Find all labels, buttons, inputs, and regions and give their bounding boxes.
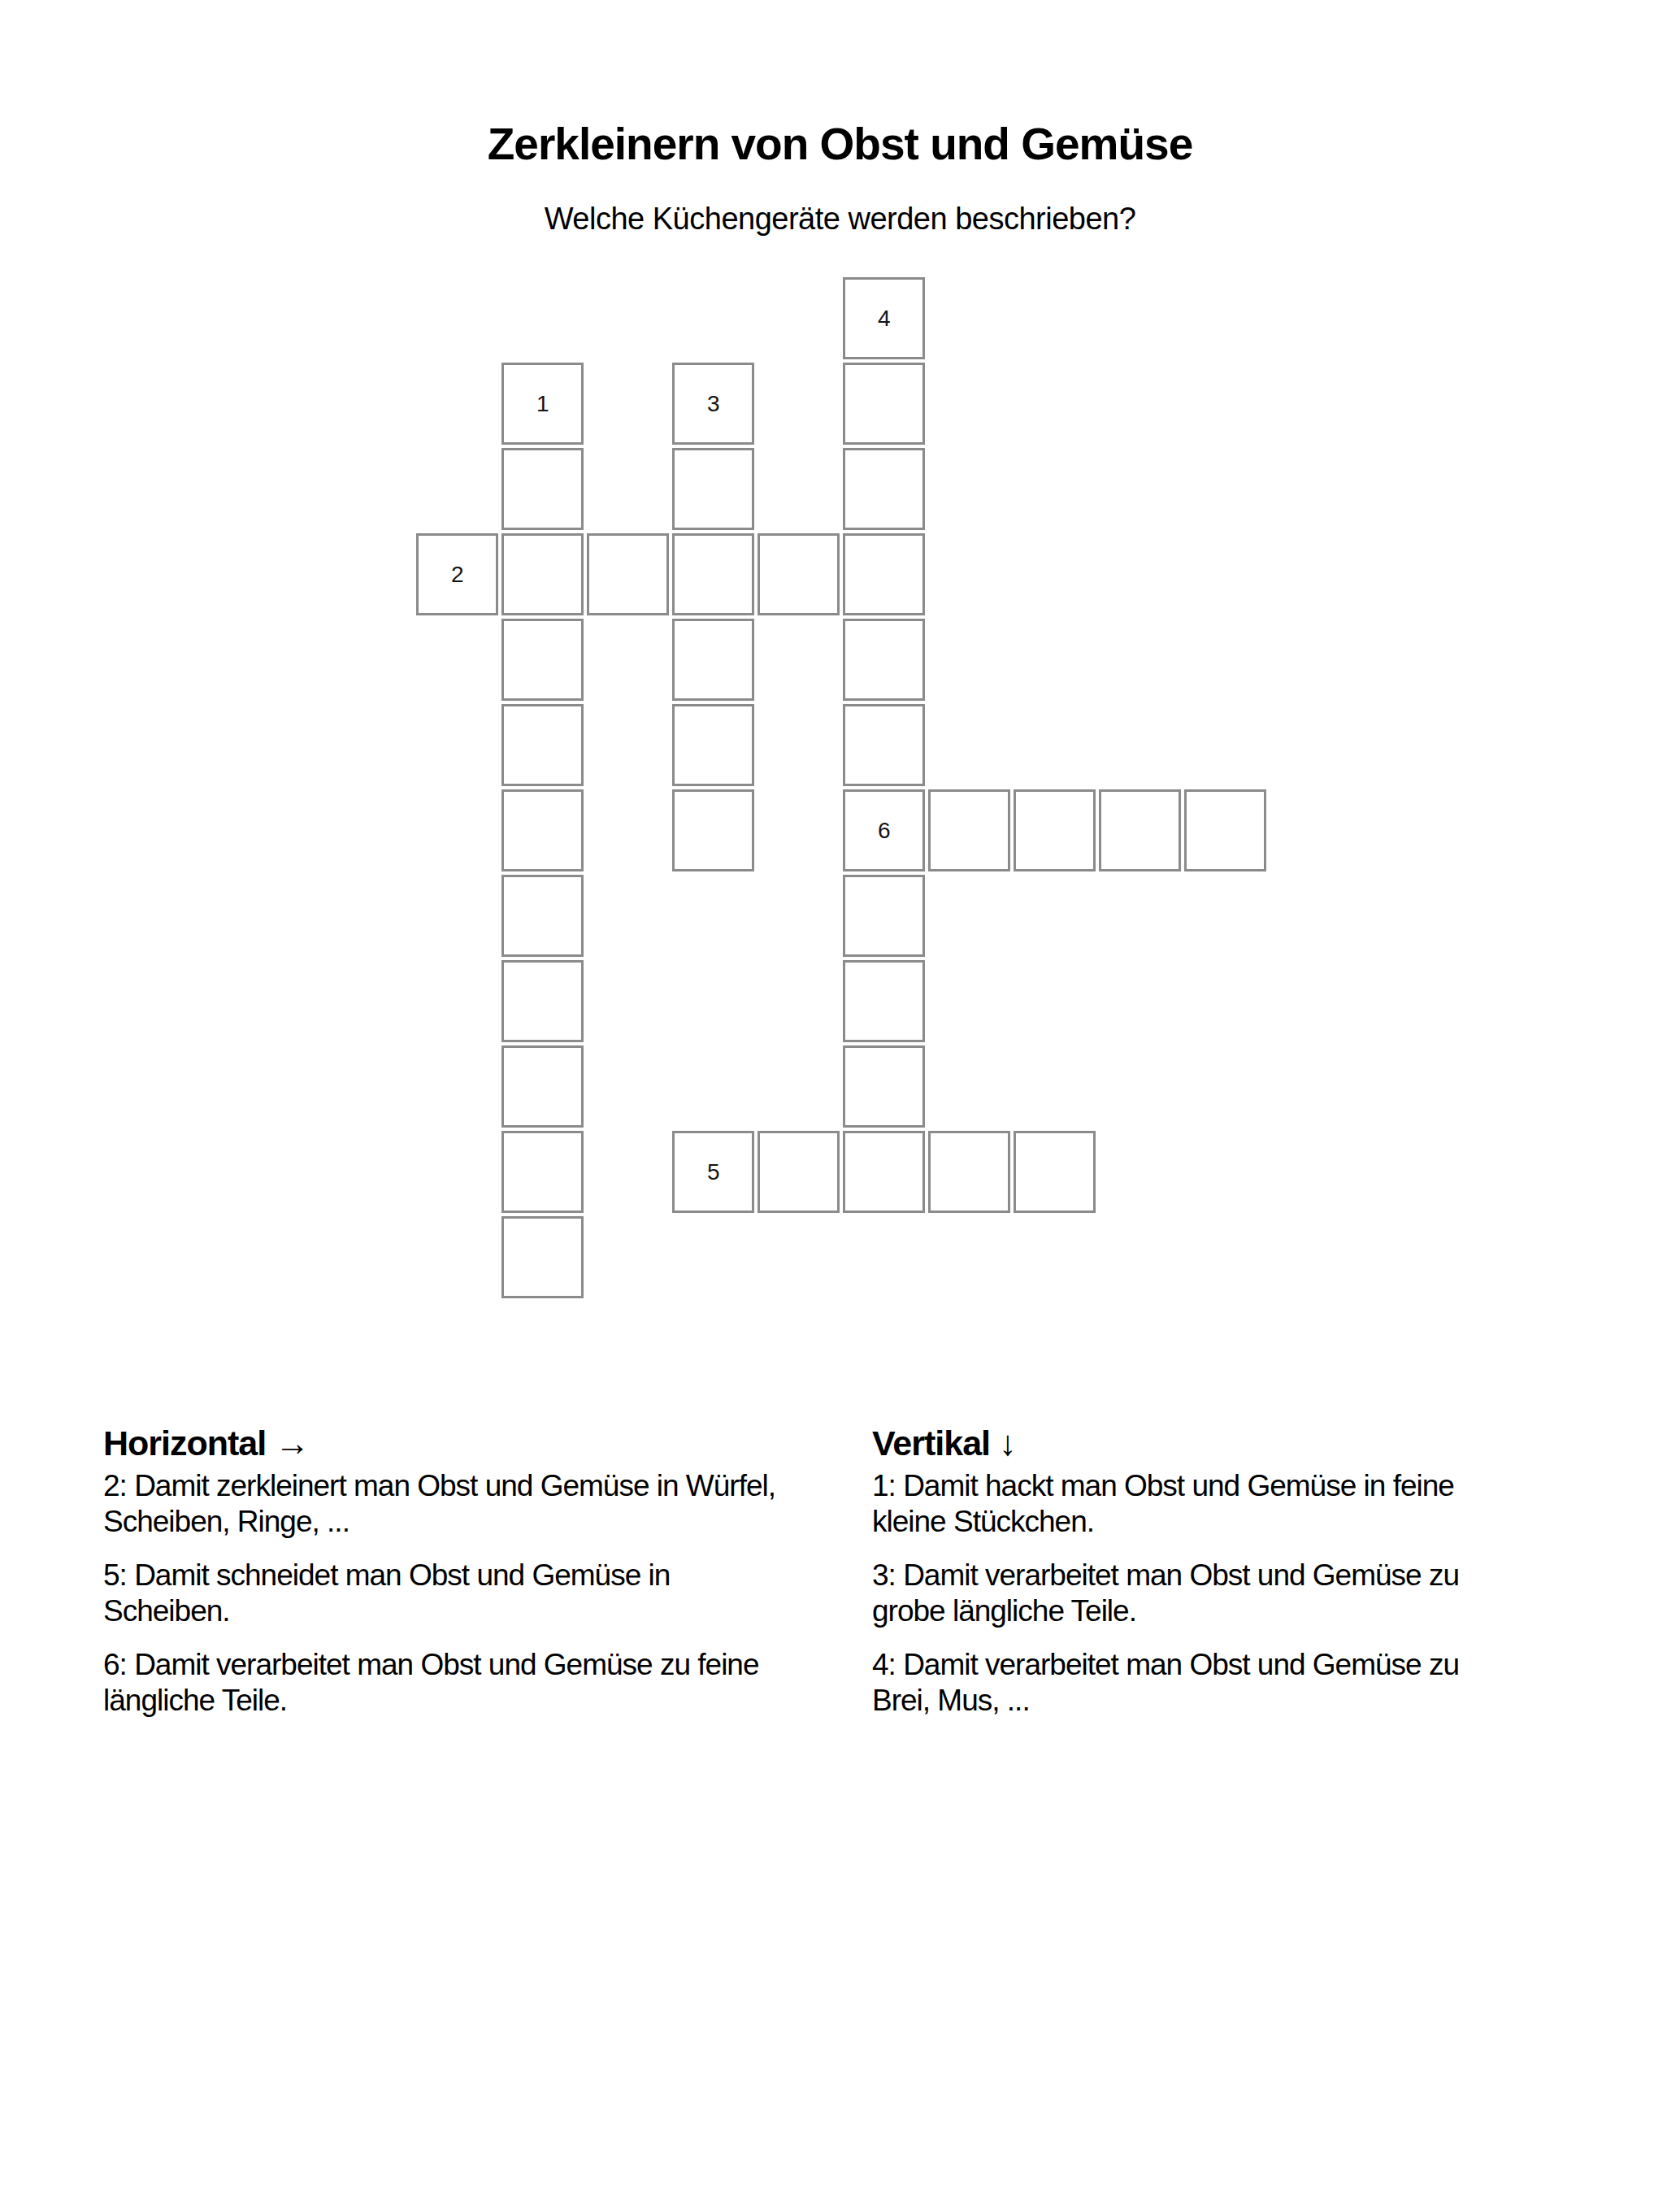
cell-r3c6[interactable] <box>843 448 925 530</box>
cell-r2c2[interactable]: 1 <box>501 363 584 445</box>
cell-r4c5[interactable] <box>758 533 840 615</box>
clue-across-2-line-2: Scheiben, Ringe, ... <box>103 1504 883 1540</box>
page-title: Zerkleinern von Obst und Gemüse <box>0 119 1680 170</box>
cell-r5c2[interactable] <box>501 619 584 701</box>
cell-r4c4[interactable] <box>672 533 754 615</box>
clue-across-2-line-1: 2: Damit zerkleinert man Obst und Gemüse… <box>103 1468 883 1504</box>
cell-r3c4[interactable] <box>672 448 754 530</box>
cell-r11c7[interactable] <box>928 1131 1010 1213</box>
clue-number-4: 4 <box>878 306 890 332</box>
cell-r11c8[interactable] <box>1014 1131 1096 1213</box>
clue-down-4: 4: Damit verarbeitet man Obst und Gemüse… <box>872 1647 1644 1719</box>
clue-down-1-line-1: 1: Damit hackt man Obst und Gemüse in fe… <box>872 1468 1644 1504</box>
clues-horizontal-section: Horizontal → 2: Damit zerkleinert man Ob… <box>103 1425 883 1736</box>
cell-r8c6[interactable] <box>843 875 925 957</box>
cell-r7c2[interactable] <box>501 789 584 871</box>
clues-vertikal-section: Vertikal ↓ 1: Damit hackt man Obst und G… <box>872 1425 1644 1736</box>
cell-r4c2[interactable] <box>501 533 584 615</box>
cell-r11c4[interactable]: 5 <box>672 1131 754 1213</box>
cell-r3c2[interactable] <box>501 448 584 530</box>
cell-r7c4[interactable] <box>672 789 754 871</box>
clue-across-5-line-1: 5: Damit schneidet man Obst und Gemüse i… <box>103 1558 883 1593</box>
clue-across-6-line-1: 6: Damit verarbeitet man Obst und Gemüse… <box>103 1647 883 1683</box>
cell-r11c2[interactable] <box>501 1131 584 1213</box>
clue-number-1: 1 <box>536 391 549 417</box>
cell-r1c6[interactable]: 4 <box>843 277 925 359</box>
cell-r2c4[interactable]: 3 <box>672 363 754 445</box>
clue-down-4-line-1: 4: Damit verarbeitet man Obst und Gemüse… <box>872 1647 1644 1683</box>
crossword-grid: 413265 <box>416 277 1270 1302</box>
clue-number-5: 5 <box>707 1159 719 1185</box>
clue-number-6: 6 <box>878 818 890 844</box>
cell-r4c6[interactable] <box>843 533 925 615</box>
cell-r7c10[interactable] <box>1184 789 1266 871</box>
cell-r9c6[interactable] <box>843 960 925 1042</box>
clue-across-5: 5: Damit schneidet man Obst und Gemüse i… <box>103 1558 883 1629</box>
cell-r11c5[interactable] <box>758 1131 840 1213</box>
cell-r8c2[interactable] <box>501 875 584 957</box>
cell-r5c6[interactable] <box>843 619 925 701</box>
clue-down-3-line-2: grobe längliche Teile. <box>872 1593 1644 1629</box>
cell-r9c2[interactable] <box>501 960 584 1042</box>
cell-r4c1[interactable]: 2 <box>416 533 498 615</box>
cell-r7c7[interactable] <box>928 789 1010 871</box>
clue-down-3-line-1: 3: Damit verarbeitet man Obst und Gemüse… <box>872 1558 1644 1593</box>
clue-down-1: 1: Damit hackt man Obst und Gemüse in fe… <box>872 1468 1644 1540</box>
cell-r10c2[interactable] <box>501 1045 584 1128</box>
cell-r5c4[interactable] <box>672 619 754 701</box>
clues-vertikal-heading: Vertikal ↓ <box>872 1425 1644 1461</box>
clue-number-2: 2 <box>451 562 463 588</box>
clue-down-4-line-2: Brei, Mus, ... <box>872 1683 1644 1719</box>
cell-r7c6[interactable]: 6 <box>843 789 925 871</box>
clue-across-6: 6: Damit verarbeitet man Obst und Gemüse… <box>103 1647 883 1719</box>
clues-horizontal-heading: Horizontal → <box>103 1425 883 1461</box>
cell-r6c4[interactable] <box>672 704 754 786</box>
cell-r6c6[interactable] <box>843 704 925 786</box>
cell-r12c2[interactable] <box>501 1216 584 1298</box>
clue-number-3: 3 <box>707 391 719 417</box>
cell-r7c8[interactable] <box>1014 789 1096 871</box>
cell-r4c3[interactable] <box>587 533 669 615</box>
crossword-worksheet: Zerkleinern von Obst und Gemüse Welche K… <box>0 0 1680 2195</box>
cell-r10c6[interactable] <box>843 1045 925 1128</box>
clue-down-1-line-2: kleine Stückchen. <box>872 1504 1644 1540</box>
clue-across-5-line-2: Scheiben. <box>103 1593 883 1629</box>
clue-across-6-line-2: längliche Teile. <box>103 1683 883 1719</box>
clue-down-3: 3: Damit verarbeitet man Obst und Gemüse… <box>872 1558 1644 1629</box>
cell-r2c6[interactable] <box>843 363 925 445</box>
clue-across-2: 2: Damit zerkleinert man Obst und Gemüse… <box>103 1468 883 1540</box>
cell-r7c9[interactable] <box>1099 789 1181 871</box>
cell-r11c6[interactable] <box>843 1131 925 1213</box>
page-subtitle: Welche Küchengeräte werden beschrieben? <box>0 201 1680 238</box>
cell-r6c2[interactable] <box>501 704 584 786</box>
